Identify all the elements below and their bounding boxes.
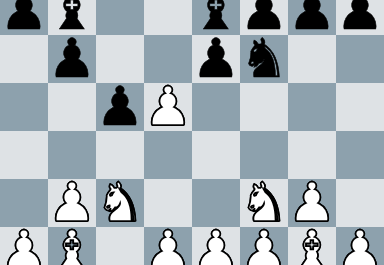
white-pawn-e2[interactable]: ♟ xyxy=(192,227,240,265)
white-bishop-g2[interactable]: ♝ xyxy=(288,227,336,265)
square-d5[interactable]: ♟ xyxy=(144,83,192,131)
white-knight-c3[interactable]: ♞ xyxy=(96,179,144,227)
black-pawn-a7[interactable]: ♟ xyxy=(0,0,48,35)
white-pawn-d2[interactable]: ♟ xyxy=(144,227,192,265)
black-pawn-h7[interactable]: ♟ xyxy=(336,0,384,35)
white-pawn-h2[interactable]: ♟ xyxy=(336,227,384,265)
square-c3[interactable]: ♞ xyxy=(96,179,144,227)
square-g6[interactable] xyxy=(288,35,336,83)
black-pawn-b6[interactable]: ♟ xyxy=(48,35,96,83)
black-pawn-c5[interactable]: ♟ xyxy=(96,83,144,131)
square-f6[interactable]: ♞ xyxy=(240,35,288,83)
square-e4[interactable] xyxy=(192,131,240,179)
square-a5[interactable] xyxy=(0,83,48,131)
chess-board-viewport: ♟♝♝♟♟♟♟♟♞♟♟♟♞♞♟♟♝♟♟♟♝♟ xyxy=(0,0,384,265)
square-a2[interactable]: ♟ xyxy=(0,227,48,265)
white-pawn-f2[interactable]: ♟ xyxy=(240,227,288,265)
square-g7[interactable]: ♟ xyxy=(288,0,336,35)
square-d2[interactable]: ♟ xyxy=(144,227,192,265)
black-pawn-e6[interactable]: ♟ xyxy=(192,35,240,83)
square-g5[interactable] xyxy=(288,83,336,131)
square-b5[interactable] xyxy=(48,83,96,131)
white-bishop-b2[interactable]: ♝ xyxy=(48,227,96,265)
square-a4[interactable] xyxy=(0,131,48,179)
white-pawn-d5[interactable]: ♟ xyxy=(144,83,192,131)
square-h6[interactable] xyxy=(336,35,384,83)
square-d4[interactable] xyxy=(144,131,192,179)
square-c5[interactable]: ♟ xyxy=(96,83,144,131)
white-pawn-a2[interactable]: ♟ xyxy=(0,227,48,265)
black-pawn-g7[interactable]: ♟ xyxy=(288,0,336,35)
square-h7[interactable]: ♟ xyxy=(336,0,384,35)
square-c2[interactable] xyxy=(96,227,144,265)
square-b6[interactable]: ♟ xyxy=(48,35,96,83)
square-c7[interactable] xyxy=(96,0,144,35)
square-h2[interactable]: ♟ xyxy=(336,227,384,265)
square-g2[interactable]: ♝ xyxy=(288,227,336,265)
square-h5[interactable] xyxy=(336,83,384,131)
black-knight-f6[interactable]: ♞ xyxy=(240,35,288,83)
square-f5[interactable] xyxy=(240,83,288,131)
square-e5[interactable] xyxy=(192,83,240,131)
square-d7[interactable] xyxy=(144,0,192,35)
square-e6[interactable]: ♟ xyxy=(192,35,240,83)
square-f2[interactable]: ♟ xyxy=(240,227,288,265)
square-a6[interactable] xyxy=(0,35,48,83)
square-b2[interactable]: ♝ xyxy=(48,227,96,265)
square-h4[interactable] xyxy=(336,131,384,179)
chess-board: ♟♝♝♟♟♟♟♟♞♟♟♟♞♞♟♟♝♟♟♟♝♟ xyxy=(0,0,384,265)
square-a7[interactable]: ♟ xyxy=(0,0,48,35)
square-e2[interactable]: ♟ xyxy=(192,227,240,265)
